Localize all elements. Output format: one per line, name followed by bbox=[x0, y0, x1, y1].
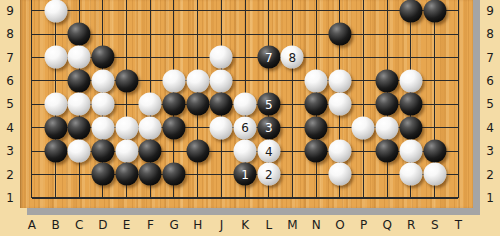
intersection-N2[interactable] bbox=[304, 163, 328, 186]
intersection-R9[interactable] bbox=[399, 0, 423, 22]
intersection-P6[interactable] bbox=[352, 69, 376, 92]
intersection-G1[interactable] bbox=[162, 186, 186, 208]
row-label-right-2: 2 bbox=[480, 165, 500, 185]
white-stone-R3 bbox=[399, 140, 422, 163]
intersection-Q3[interactable] bbox=[375, 139, 399, 162]
intersection-G5[interactable] bbox=[162, 93, 186, 116]
intersection-J2[interactable] bbox=[210, 163, 234, 186]
intersection-C2[interactable] bbox=[67, 163, 91, 186]
intersection-R5[interactable] bbox=[399, 93, 423, 116]
row-label-left-4: 4 bbox=[0, 118, 20, 138]
column-label-R: R bbox=[401, 215, 421, 235]
row-label-left-9: 9 bbox=[0, 1, 20, 21]
white-stone-O6 bbox=[328, 69, 351, 92]
row-label-left-5: 5 bbox=[0, 94, 20, 114]
intersection-F7[interactable] bbox=[138, 46, 162, 69]
intersection-E9[interactable] bbox=[115, 0, 139, 22]
intersection-G9[interactable] bbox=[162, 0, 186, 22]
intersection-O2[interactable] bbox=[328, 163, 352, 186]
intersection-Q5[interactable] bbox=[375, 93, 399, 116]
intersection-J3[interactable] bbox=[210, 139, 234, 162]
black-stone-L7: 7 bbox=[257, 46, 280, 69]
intersection-O5[interactable] bbox=[328, 93, 352, 116]
column-label-B: B bbox=[46, 215, 66, 235]
intersection-J4[interactable] bbox=[210, 116, 234, 139]
intersection-F1[interactable] bbox=[138, 186, 162, 208]
intersection-P2[interactable] bbox=[352, 163, 376, 186]
column-label-F: F bbox=[140, 215, 160, 235]
intersection-M3[interactable] bbox=[281, 139, 305, 162]
row-label-right-6: 6 bbox=[480, 71, 500, 91]
row-label-left-7: 7 bbox=[0, 48, 20, 68]
intersection-C9[interactable] bbox=[67, 0, 91, 22]
white-stone-B5 bbox=[44, 93, 67, 116]
intersection-M4[interactable] bbox=[281, 116, 305, 139]
intersection-D5[interactable] bbox=[91, 93, 115, 116]
black-stone-R4 bbox=[399, 116, 422, 139]
intersection-J6[interactable] bbox=[210, 69, 234, 92]
move-number-L7: 7 bbox=[265, 51, 273, 63]
intersection-J7[interactable] bbox=[210, 46, 234, 69]
intersection-O8[interactable] bbox=[328, 22, 352, 45]
intersection-C1[interactable] bbox=[67, 186, 91, 208]
black-stone-B3 bbox=[44, 140, 67, 163]
white-stone-G6 bbox=[162, 69, 185, 92]
row-label-right-3: 3 bbox=[480, 141, 500, 161]
intersection-E1[interactable] bbox=[115, 186, 139, 208]
white-stone-O5 bbox=[328, 93, 351, 116]
intersection-K5[interactable] bbox=[233, 93, 257, 116]
intersection-R4[interactable] bbox=[399, 116, 423, 139]
black-stone-B4 bbox=[44, 116, 67, 139]
white-stone-P4 bbox=[352, 116, 375, 139]
row-label-right-1: 1 bbox=[480, 188, 500, 208]
black-stone-Q6 bbox=[376, 69, 399, 92]
black-stone-N3 bbox=[305, 140, 328, 163]
white-stone-E4 bbox=[115, 116, 138, 139]
intersection-S6[interactable] bbox=[423, 69, 447, 92]
intersection-Q1[interactable] bbox=[375, 186, 399, 208]
intersection-J9[interactable] bbox=[210, 0, 234, 22]
intersection-J5[interactable] bbox=[210, 93, 234, 116]
intersection-C6[interactable] bbox=[67, 69, 91, 92]
move-number-K4: 6 bbox=[241, 122, 249, 134]
move-number-M7: 8 bbox=[289, 51, 297, 63]
intersection-K2[interactable]: 1 bbox=[233, 163, 257, 186]
intersection-N4[interactable] bbox=[304, 116, 328, 139]
intersection-E3[interactable] bbox=[115, 139, 139, 162]
black-stone-D3 bbox=[91, 140, 114, 163]
black-stone-E2 bbox=[115, 163, 138, 186]
row-label-right-8: 8 bbox=[480, 24, 500, 44]
intersection-S9[interactable] bbox=[423, 0, 447, 22]
intersection-D1[interactable] bbox=[91, 186, 115, 208]
intersection-N5[interactable] bbox=[304, 93, 328, 116]
black-stone-Q3 bbox=[376, 140, 399, 163]
intersection-B9[interactable] bbox=[44, 0, 68, 22]
intersection-C3[interactable] bbox=[67, 139, 91, 162]
intersection-K4[interactable]: 6 bbox=[233, 116, 257, 139]
intersection-D2[interactable] bbox=[91, 163, 115, 186]
intersection-M1[interactable] bbox=[281, 186, 305, 208]
intersection-M2[interactable] bbox=[281, 163, 305, 186]
intersection-H1[interactable] bbox=[186, 186, 210, 208]
intersection-F3[interactable] bbox=[138, 139, 162, 162]
intersection-B4[interactable] bbox=[44, 116, 68, 139]
intersection-S2[interactable] bbox=[423, 163, 447, 186]
white-stone-J6 bbox=[210, 69, 233, 92]
black-stone-D7 bbox=[91, 46, 114, 69]
black-stone-G2 bbox=[162, 163, 185, 186]
intersection-T1[interactable] bbox=[446, 186, 470, 208]
intersection-J1[interactable] bbox=[210, 186, 234, 208]
intersection-A8[interactable] bbox=[20, 22, 44, 45]
intersection-R1[interactable] bbox=[399, 186, 423, 208]
intersection-E4[interactable] bbox=[115, 116, 139, 139]
intersection-N1[interactable] bbox=[304, 186, 328, 208]
black-stone-C6 bbox=[68, 69, 91, 92]
intersection-Q8[interactable] bbox=[375, 22, 399, 45]
intersection-Q7[interactable] bbox=[375, 46, 399, 69]
intersection-N3[interactable] bbox=[304, 139, 328, 162]
intersection-M6[interactable] bbox=[281, 69, 305, 92]
white-stone-J7 bbox=[210, 46, 233, 69]
column-label-H: H bbox=[188, 215, 208, 235]
intersection-H7[interactable] bbox=[186, 46, 210, 69]
intersection-G8[interactable] bbox=[162, 22, 186, 45]
intersection-B5[interactable] bbox=[44, 93, 68, 116]
intersection-S3[interactable] bbox=[423, 139, 447, 162]
intersection-R2[interactable] bbox=[399, 163, 423, 186]
intersection-T3[interactable] bbox=[446, 139, 470, 162]
white-stone-D4 bbox=[91, 116, 114, 139]
intersection-H3[interactable] bbox=[186, 139, 210, 162]
white-stone-D5 bbox=[91, 93, 114, 116]
black-stone-G5 bbox=[162, 93, 185, 116]
intersection-F4[interactable] bbox=[138, 116, 162, 139]
intersection-T6[interactable] bbox=[446, 69, 470, 92]
column-label-L: L bbox=[259, 215, 279, 235]
intersection-K3[interactable] bbox=[233, 139, 257, 162]
intersection-P3[interactable] bbox=[352, 139, 376, 162]
intersection-L4[interactable]: 3 bbox=[257, 116, 281, 139]
intersection-S7[interactable] bbox=[423, 46, 447, 69]
intersection-H9[interactable] bbox=[186, 0, 210, 22]
black-stone-R9 bbox=[399, 0, 422, 22]
intersection-L2[interactable]: 2 bbox=[257, 163, 281, 186]
intersection-A9[interactable] bbox=[20, 0, 44, 22]
white-stone-K3 bbox=[234, 140, 257, 163]
intersection-H8[interactable] bbox=[186, 22, 210, 45]
intersection-D7[interactable] bbox=[91, 46, 115, 69]
intersection-Q9[interactable] bbox=[375, 0, 399, 22]
row-label-left-1: 1 bbox=[0, 188, 20, 208]
black-stone-Q5 bbox=[376, 93, 399, 116]
white-stone-C3 bbox=[68, 140, 91, 163]
column-label-M: M bbox=[283, 215, 303, 235]
black-stone-K2: 1 bbox=[234, 163, 257, 186]
intersection-F5[interactable] bbox=[138, 93, 162, 116]
intersection-B1[interactable] bbox=[44, 186, 68, 208]
white-stone-M7: 8 bbox=[281, 46, 304, 69]
intersection-S4[interactable] bbox=[423, 116, 447, 139]
move-number-L2: 2 bbox=[265, 168, 273, 180]
intersection-T7[interactable] bbox=[446, 46, 470, 69]
intersection-F6[interactable] bbox=[138, 69, 162, 92]
black-stone-H3 bbox=[186, 140, 209, 163]
column-label-T: T bbox=[448, 215, 468, 235]
intersection-A5[interactable] bbox=[20, 93, 44, 116]
black-stone-F3 bbox=[139, 140, 162, 163]
intersection-G2[interactable] bbox=[162, 163, 186, 186]
intersection-A1[interactable] bbox=[20, 186, 44, 208]
column-label-J: J bbox=[211, 215, 231, 235]
black-stone-S3 bbox=[423, 140, 446, 163]
row-label-left-2: 2 bbox=[0, 165, 20, 185]
white-stone-D6 bbox=[91, 69, 114, 92]
intersection-B6[interactable] bbox=[44, 69, 68, 92]
black-stone-S9 bbox=[423, 0, 446, 22]
intersection-C5[interactable] bbox=[67, 93, 91, 116]
move-number-K2: 1 bbox=[241, 168, 249, 180]
intersection-E5[interactable] bbox=[115, 93, 139, 116]
black-stone-N4 bbox=[305, 116, 328, 139]
intersection-L9[interactable] bbox=[257, 0, 281, 22]
white-stone-L2: 2 bbox=[257, 163, 280, 186]
intersection-G6[interactable] bbox=[162, 69, 186, 92]
white-stone-O3 bbox=[328, 140, 351, 163]
intersection-K8[interactable] bbox=[233, 22, 257, 45]
intersection-D8[interactable] bbox=[91, 22, 115, 45]
white-stone-N6 bbox=[305, 69, 328, 92]
intersection-E7[interactable] bbox=[115, 46, 139, 69]
intersection-O6[interactable] bbox=[328, 69, 352, 92]
intersection-M7[interactable]: 8 bbox=[281, 46, 305, 69]
black-stone-R5 bbox=[399, 93, 422, 116]
row-label-left-6: 6 bbox=[0, 71, 20, 91]
intersection-T2[interactable] bbox=[446, 163, 470, 186]
row-label-left-8: 8 bbox=[0, 24, 20, 44]
column-label-S: S bbox=[425, 215, 445, 235]
white-stone-L3: 4 bbox=[257, 140, 280, 163]
intersection-F9[interactable] bbox=[138, 0, 162, 22]
white-stone-O2 bbox=[328, 163, 351, 186]
black-stone-F2 bbox=[139, 163, 162, 186]
black-stone-J5 bbox=[210, 93, 233, 116]
black-stone-L4: 3 bbox=[257, 116, 280, 139]
black-stone-C4 bbox=[68, 116, 91, 139]
row-label-right-9: 9 bbox=[480, 1, 500, 21]
black-stone-D2 bbox=[91, 163, 114, 186]
go-board: 78563412 bbox=[20, 0, 473, 208]
intersection-Q6[interactable] bbox=[375, 69, 399, 92]
intersection-R3[interactable] bbox=[399, 139, 423, 162]
black-stone-C8 bbox=[68, 23, 91, 46]
white-stone-K5 bbox=[234, 93, 257, 116]
intersection-E2[interactable] bbox=[115, 163, 139, 186]
intersection-K9[interactable] bbox=[233, 0, 257, 22]
intersection-D3[interactable] bbox=[91, 139, 115, 162]
column-label-O: O bbox=[330, 215, 350, 235]
column-label-P: P bbox=[354, 215, 374, 235]
white-stone-Q4 bbox=[376, 116, 399, 139]
intersection-N6[interactable] bbox=[304, 69, 328, 92]
intersection-R6[interactable] bbox=[399, 69, 423, 92]
white-stone-B9 bbox=[44, 0, 67, 22]
intersection-B3[interactable] bbox=[44, 139, 68, 162]
white-stone-S2 bbox=[423, 163, 446, 186]
black-stone-H5 bbox=[186, 93, 209, 116]
intersection-T5[interactable] bbox=[446, 93, 470, 116]
row-label-right-5: 5 bbox=[480, 94, 500, 114]
intersection-L1[interactable] bbox=[257, 186, 281, 208]
intersection-H2[interactable] bbox=[186, 163, 210, 186]
intersection-N9[interactable] bbox=[304, 0, 328, 22]
intersection-C7[interactable] bbox=[67, 46, 91, 69]
intersection-L7[interactable]: 7 bbox=[257, 46, 281, 69]
intersection-P1[interactable] bbox=[352, 186, 376, 208]
white-stone-C7 bbox=[68, 46, 91, 69]
intersection-B8[interactable] bbox=[44, 22, 68, 45]
column-label-A: A bbox=[22, 215, 42, 235]
intersection-J8[interactable] bbox=[210, 22, 234, 45]
white-stone-H6 bbox=[186, 69, 209, 92]
intersection-P4[interactable] bbox=[352, 116, 376, 139]
intersection-O9[interactable] bbox=[328, 0, 352, 22]
column-label-Q: Q bbox=[377, 215, 397, 235]
white-stone-R2 bbox=[399, 163, 422, 186]
intersection-G7[interactable] bbox=[162, 46, 186, 69]
intersection-M8[interactable] bbox=[281, 22, 305, 45]
white-stone-F4 bbox=[139, 116, 162, 139]
move-number-L3: 4 bbox=[265, 145, 273, 157]
intersection-F8[interactable] bbox=[138, 22, 162, 45]
intersection-T4[interactable] bbox=[446, 116, 470, 139]
move-number-L4: 3 bbox=[265, 122, 273, 134]
intersection-S5[interactable] bbox=[423, 93, 447, 116]
intersection-H6[interactable] bbox=[186, 69, 210, 92]
intersection-T8[interactable] bbox=[446, 22, 470, 45]
intersection-G3[interactable] bbox=[162, 139, 186, 162]
intersection-L8[interactable] bbox=[257, 22, 281, 45]
intersection-C8[interactable] bbox=[67, 22, 91, 45]
white-stone-C5 bbox=[68, 93, 91, 116]
intersection-B7[interactable] bbox=[44, 46, 68, 69]
intersection-P8[interactable] bbox=[352, 22, 376, 45]
intersection-L6[interactable] bbox=[257, 69, 281, 92]
intersection-A7[interactable] bbox=[20, 46, 44, 69]
intersection-K1[interactable] bbox=[233, 186, 257, 208]
column-label-D: D bbox=[93, 215, 113, 235]
white-stone-K4: 6 bbox=[234, 116, 257, 139]
intersection-N8[interactable] bbox=[304, 22, 328, 45]
white-stone-J4 bbox=[210, 116, 233, 139]
black-stone-N5 bbox=[305, 93, 328, 116]
black-stone-E6 bbox=[115, 69, 138, 92]
white-stone-E3 bbox=[115, 140, 138, 163]
intersection-S1[interactable] bbox=[423, 186, 447, 208]
intersection-C4[interactable] bbox=[67, 116, 91, 139]
intersection-P9[interactable] bbox=[352, 0, 376, 22]
intersection-O3[interactable] bbox=[328, 139, 352, 162]
intersection-H4[interactable] bbox=[186, 116, 210, 139]
intersection-R7[interactable] bbox=[399, 46, 423, 69]
column-label-G: G bbox=[164, 215, 184, 235]
intersection-O1[interactable] bbox=[328, 186, 352, 208]
intersection-K6[interactable] bbox=[233, 69, 257, 92]
intersection-E8[interactable] bbox=[115, 22, 139, 45]
move-number-L5: 5 bbox=[265, 98, 273, 110]
column-label-N: N bbox=[306, 215, 326, 235]
intersection-O4[interactable] bbox=[328, 116, 352, 139]
intersection-A4[interactable] bbox=[20, 116, 44, 139]
intersection-A3[interactable] bbox=[20, 139, 44, 162]
intersection-N7[interactable] bbox=[304, 46, 328, 69]
go-board-screenshot: 78563412 987654321 987654321 ABCDEFGHJKL… bbox=[0, 0, 500, 236]
intersection-M5[interactable] bbox=[281, 93, 305, 116]
intersection-A2[interactable] bbox=[20, 163, 44, 186]
intersection-L5[interactable]: 5 bbox=[257, 93, 281, 116]
intersection-A6[interactable] bbox=[20, 69, 44, 92]
intersection-Q2[interactable] bbox=[375, 163, 399, 186]
intersection-L3[interactable]: 4 bbox=[257, 139, 281, 162]
white-stone-F5 bbox=[139, 93, 162, 116]
intersection-D4[interactable] bbox=[91, 116, 115, 139]
intersection-P5[interactable] bbox=[352, 93, 376, 116]
black-stone-L5: 5 bbox=[257, 93, 280, 116]
white-stone-B7 bbox=[44, 46, 67, 69]
intersection-G4[interactable] bbox=[162, 116, 186, 139]
intersection-E6[interactable] bbox=[115, 69, 139, 92]
intersection-R8[interactable] bbox=[399, 22, 423, 45]
intersection-K7[interactable] bbox=[233, 46, 257, 69]
row-label-right-4: 4 bbox=[480, 118, 500, 138]
column-label-E: E bbox=[117, 215, 137, 235]
intersection-B2[interactable] bbox=[44, 163, 68, 186]
black-stone-G4 bbox=[162, 116, 185, 139]
intersection-H5[interactable] bbox=[186, 93, 210, 116]
intersection-Q4[interactable] bbox=[375, 116, 399, 139]
column-label-C: C bbox=[69, 215, 89, 235]
intersection-F2[interactable] bbox=[138, 163, 162, 186]
intersection-M9[interactable] bbox=[281, 0, 305, 22]
column-label-K: K bbox=[235, 215, 255, 235]
intersection-P7[interactable] bbox=[352, 46, 376, 69]
intersection-T9[interactable] bbox=[446, 0, 470, 22]
black-stone-O8 bbox=[328, 23, 351, 46]
intersection-D6[interactable] bbox=[91, 69, 115, 92]
row-label-left-3: 3 bbox=[0, 141, 20, 161]
intersection-D9[interactable] bbox=[91, 0, 115, 22]
board-grid: 78563412 bbox=[20, 0, 470, 208]
intersection-S8[interactable] bbox=[423, 22, 447, 45]
white-stone-R6 bbox=[399, 69, 422, 92]
intersection-O7[interactable] bbox=[328, 46, 352, 69]
row-label-right-7: 7 bbox=[480, 48, 500, 68]
